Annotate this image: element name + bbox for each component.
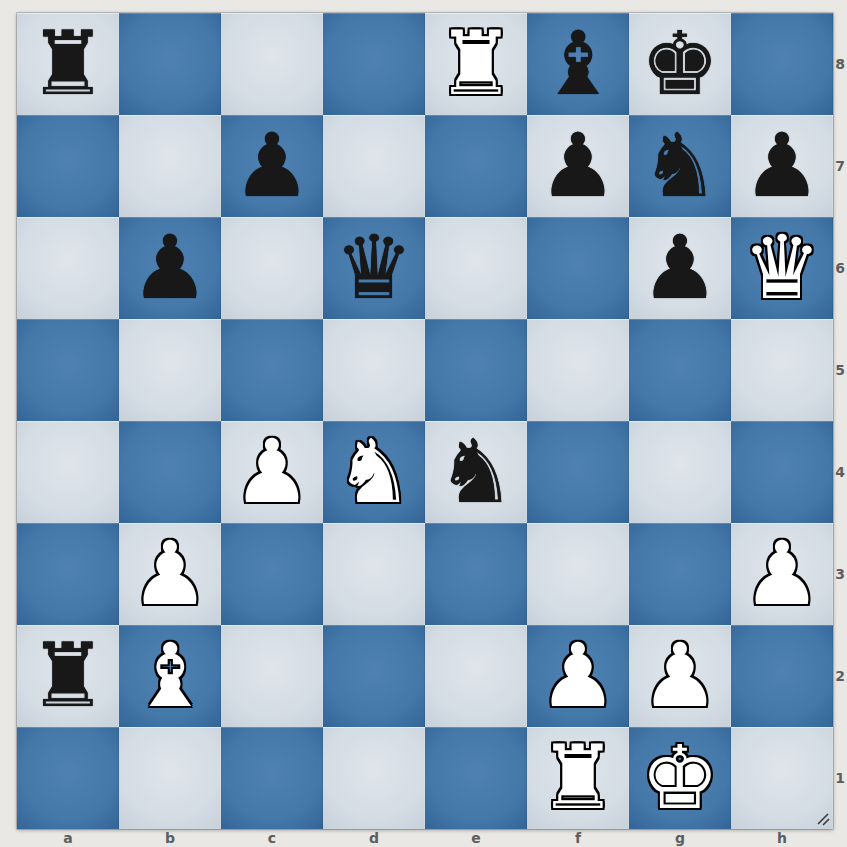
square-g5[interactable] [629,319,731,421]
file-label-a: a [17,829,119,847]
rank-label-1: 1 [833,727,847,829]
square-a7[interactable] [17,115,119,217]
file-label-c: c [221,829,323,847]
square-b5[interactable] [119,319,221,421]
square-h6[interactable]: ♛ [731,217,833,319]
square-b3[interactable]: ♟ [119,523,221,625]
piece-black-pawn-g6[interactable]: ♟ [629,217,731,319]
square-f1[interactable]: ♜ [527,727,629,829]
square-e8[interactable]: ♜ [425,13,527,115]
piece-white-bishop-b2[interactable]: ♝ [119,625,221,727]
piece-black-rook-a8[interactable]: ♜ [17,13,119,115]
square-c6[interactable] [221,217,323,319]
square-b8[interactable] [119,13,221,115]
square-c5[interactable] [221,319,323,421]
piece-white-pawn-c4[interactable]: ♟ [221,421,323,523]
square-a1[interactable] [17,727,119,829]
square-h5[interactable] [731,319,833,421]
square-f2[interactable]: ♟ [527,625,629,727]
file-label-f: f [527,829,629,847]
square-e1[interactable] [425,727,527,829]
square-c1[interactable] [221,727,323,829]
piece-black-king-g8[interactable]: ♚ [629,13,731,115]
square-f7[interactable]: ♟ [527,115,629,217]
piece-white-king-g1[interactable]: ♚ [629,727,731,829]
square-f3[interactable] [527,523,629,625]
file-label-g: g [629,829,731,847]
square-f5[interactable] [527,319,629,421]
piece-white-pawn-g2[interactable]: ♟ [629,625,731,727]
square-g2[interactable]: ♟ [629,625,731,727]
square-e6[interactable] [425,217,527,319]
rank-labels: 87654321 [833,13,847,829]
piece-black-knight-e4[interactable]: ♞ [425,421,527,523]
rank-label-6: 6 [833,217,847,319]
square-c8[interactable] [221,13,323,115]
square-d5[interactable] [323,319,425,421]
square-g8[interactable]: ♚ [629,13,731,115]
square-c2[interactable] [221,625,323,727]
square-b6[interactable]: ♟ [119,217,221,319]
square-d3[interactable] [323,523,425,625]
piece-black-queen-d6[interactable]: ♛ [323,217,425,319]
square-g7[interactable]: ♞ [629,115,731,217]
square-g4[interactable] [629,421,731,523]
rank-label-7: 7 [833,115,847,217]
piece-black-knight-g7[interactable]: ♞ [629,115,731,217]
square-e3[interactable] [425,523,527,625]
square-b2[interactable]: ♝ [119,625,221,727]
piece-black-pawn-b6[interactable]: ♟ [119,217,221,319]
square-e5[interactable] [425,319,527,421]
square-a6[interactable] [17,217,119,319]
file-labels: abcdefgh [17,829,833,847]
square-g6[interactable]: ♟ [629,217,731,319]
square-a3[interactable] [17,523,119,625]
piece-black-pawn-f7[interactable]: ♟ [527,115,629,217]
rank-label-2: 2 [833,625,847,727]
piece-white-knight-d4[interactable]: ♞ [323,421,425,523]
rank-label-3: 3 [833,523,847,625]
square-a8[interactable]: ♜ [17,13,119,115]
square-e4[interactable]: ♞ [425,421,527,523]
square-e2[interactable] [425,625,527,727]
square-g1[interactable]: ♚ [629,727,731,829]
chess-board: ♜♜♝♚♟♟♞♟♟♛♟♛♟♞♞♟♟♜♝♟♟♜♚ [17,13,833,829]
square-b4[interactable] [119,421,221,523]
piece-black-bishop-f8[interactable]: ♝ [527,13,629,115]
square-f4[interactable] [527,421,629,523]
file-label-e: e [425,829,527,847]
square-d4[interactable]: ♞ [323,421,425,523]
piece-black-rook-a2[interactable]: ♜ [17,625,119,727]
square-d6[interactable]: ♛ [323,217,425,319]
square-a2[interactable]: ♜ [17,625,119,727]
square-h7[interactable]: ♟ [731,115,833,217]
square-b1[interactable] [119,727,221,829]
square-c4[interactable]: ♟ [221,421,323,523]
square-c7[interactable]: ♟ [221,115,323,217]
file-label-d: d [323,829,425,847]
piece-white-rook-e8[interactable]: ♜ [425,13,527,115]
piece-white-rook-f1[interactable]: ♜ [527,727,629,829]
piece-white-queen-h6[interactable]: ♛ [731,217,833,319]
rank-label-5: 5 [833,319,847,421]
resize-handle-icon[interactable] [815,811,831,827]
square-h2[interactable] [731,625,833,727]
piece-white-pawn-f2[interactable]: ♟ [527,625,629,727]
rank-label-4: 4 [833,421,847,523]
file-label-h: h [731,829,833,847]
piece-white-pawn-b3[interactable]: ♟ [119,523,221,625]
square-f6[interactable] [527,217,629,319]
file-label-b: b [119,829,221,847]
square-a5[interactable] [17,319,119,421]
square-h4[interactable] [731,421,833,523]
square-d1[interactable] [323,727,425,829]
square-h8[interactable] [731,13,833,115]
square-g3[interactable] [629,523,731,625]
square-d8[interactable] [323,13,425,115]
piece-black-pawn-h7[interactable]: ♟ [731,115,833,217]
square-a4[interactable] [17,421,119,523]
square-f8[interactable]: ♝ [527,13,629,115]
square-h3[interactable]: ♟ [731,523,833,625]
square-d2[interactable] [323,625,425,727]
piece-white-pawn-h3[interactable]: ♟ [731,523,833,625]
square-b7[interactable] [119,115,221,217]
square-c3[interactable] [221,523,323,625]
piece-black-pawn-c7[interactable]: ♟ [221,115,323,217]
rank-label-8: 8 [833,13,847,115]
square-e7[interactable] [425,115,527,217]
square-d7[interactable] [323,115,425,217]
